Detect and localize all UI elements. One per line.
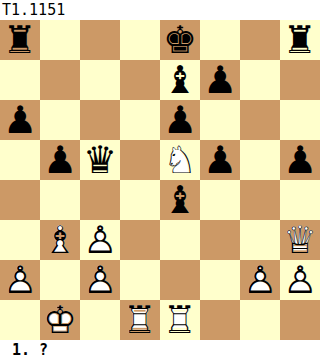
square-g4[interactable] (240, 180, 280, 220)
square-b2[interactable] (40, 260, 80, 300)
black-pawn-glyph: ♟ (160, 100, 200, 140)
square-e1[interactable]: ♜♖ (160, 300, 200, 340)
black-pawn-glyph: ♟ (40, 140, 80, 180)
square-a1[interactable] (0, 300, 40, 340)
white-bishop-outline: ♗ (40, 220, 80, 260)
white-rook: ♜♖ (120, 300, 160, 340)
white-queen: ♛♕ (280, 220, 320, 260)
white-knight: ♞♘ (160, 140, 200, 180)
square-f6[interactable] (200, 100, 240, 140)
white-pawn-outline: ♙ (80, 220, 120, 260)
black-pawn-glyph: ♟ (200, 60, 240, 100)
square-c5[interactable]: ♛ (80, 140, 120, 180)
white-pawn: ♟♙ (240, 260, 280, 300)
square-e4[interactable]: ♝ (160, 180, 200, 220)
black-pawn: ♟ (200, 60, 240, 100)
square-e2[interactable] (160, 260, 200, 300)
black-pawn-glyph: ♟ (200, 140, 240, 180)
square-c2[interactable]: ♟♙ (80, 260, 120, 300)
square-a2[interactable]: ♟♙ (0, 260, 40, 300)
square-b5[interactable]: ♟ (40, 140, 80, 180)
square-d3[interactable] (120, 220, 160, 260)
square-b8[interactable] (40, 20, 80, 60)
square-a4[interactable] (0, 180, 40, 220)
black-queen: ♛ (80, 140, 120, 180)
square-c1[interactable] (80, 300, 120, 340)
square-c3[interactable]: ♟♙ (80, 220, 120, 260)
square-h6[interactable] (280, 100, 320, 140)
square-d2[interactable] (120, 260, 160, 300)
black-bishop: ♝ (160, 180, 200, 220)
square-g5[interactable] (240, 140, 280, 180)
square-f4[interactable] (200, 180, 240, 220)
white-rook-outline: ♖ (120, 300, 160, 340)
square-h3[interactable]: ♛♕ (280, 220, 320, 260)
square-h8[interactable]: ♜ (280, 20, 320, 60)
square-e3[interactable] (160, 220, 200, 260)
square-g7[interactable] (240, 60, 280, 100)
square-d5[interactable] (120, 140, 160, 180)
white-bishop: ♝♗ (40, 220, 80, 260)
white-king: ♚♔ (40, 300, 80, 340)
move-prompt: 1. ? (0, 340, 320, 360)
square-h5[interactable]: ♟ (280, 140, 320, 180)
black-rook: ♜ (280, 20, 320, 60)
square-a8[interactable]: ♜ (0, 20, 40, 60)
square-b6[interactable] (40, 100, 80, 140)
black-king-glyph: ♚ (160, 20, 200, 60)
white-pawn-outline: ♙ (240, 260, 280, 300)
square-c7[interactable] (80, 60, 120, 100)
black-pawn: ♟ (280, 140, 320, 180)
black-rook-glyph: ♜ (280, 20, 320, 60)
square-b1[interactable]: ♚♔ (40, 300, 80, 340)
square-h4[interactable] (280, 180, 320, 220)
square-f3[interactable] (200, 220, 240, 260)
chess-puzzle-page: T1.1151 ♜♚♜♝♟♟♟♟♛♞♘♟♟♝♝♗♟♙♛♕♟♙♟♙♟♙♟♙♚♔♜♖… (0, 0, 320, 360)
puzzle-title: T1.1151 (0, 0, 320, 20)
square-f5[interactable]: ♟ (200, 140, 240, 180)
square-e7[interactable]: ♝ (160, 60, 200, 100)
square-g2[interactable]: ♟♙ (240, 260, 280, 300)
black-bishop: ♝ (160, 60, 200, 100)
square-g6[interactable] (240, 100, 280, 140)
square-d7[interactable] (120, 60, 160, 100)
white-queen-outline: ♕ (280, 220, 320, 260)
black-pawn-glyph: ♟ (0, 100, 40, 140)
square-d6[interactable] (120, 100, 160, 140)
black-pawn-glyph: ♟ (280, 140, 320, 180)
black-bishop-glyph: ♝ (160, 180, 200, 220)
white-pawn: ♟♙ (80, 220, 120, 260)
black-pawn: ♟ (0, 100, 40, 140)
black-king: ♚ (160, 20, 200, 60)
square-g1[interactable] (240, 300, 280, 340)
square-g8[interactable] (240, 20, 280, 60)
square-f1[interactable] (200, 300, 240, 340)
white-pawn-outline: ♙ (80, 260, 120, 300)
square-e8[interactable]: ♚ (160, 20, 200, 60)
square-h2[interactable]: ♟♙ (280, 260, 320, 300)
square-f8[interactable] (200, 20, 240, 60)
black-queen-glyph: ♛ (80, 140, 120, 180)
square-h7[interactable] (280, 60, 320, 100)
black-pawn: ♟ (160, 100, 200, 140)
square-b3[interactable]: ♝♗ (40, 220, 80, 260)
square-a7[interactable] (0, 60, 40, 100)
square-e5[interactable]: ♞♘ (160, 140, 200, 180)
white-pawn-outline: ♙ (0, 260, 40, 300)
square-c6[interactable] (80, 100, 120, 140)
square-e6[interactable]: ♟ (160, 100, 200, 140)
white-rook-outline: ♖ (160, 300, 200, 340)
square-a3[interactable] (0, 220, 40, 260)
white-rook: ♜♖ (160, 300, 200, 340)
square-b4[interactable] (40, 180, 80, 220)
square-g3[interactable] (240, 220, 280, 260)
black-rook: ♜ (0, 20, 40, 60)
square-b7[interactable] (40, 60, 80, 100)
square-c8[interactable] (80, 20, 120, 60)
square-f7[interactable]: ♟ (200, 60, 240, 100)
black-bishop-glyph: ♝ (160, 60, 200, 100)
black-pawn: ♟ (40, 140, 80, 180)
white-pawn: ♟♙ (80, 260, 120, 300)
white-knight-outline: ♘ (160, 140, 200, 180)
white-pawn: ♟♙ (280, 260, 320, 300)
black-rook-glyph: ♜ (0, 20, 40, 60)
white-pawn-outline: ♙ (280, 260, 320, 300)
square-a5[interactable] (0, 140, 40, 180)
white-pawn: ♟♙ (0, 260, 40, 300)
black-pawn: ♟ (200, 140, 240, 180)
square-d1[interactable]: ♜♖ (120, 300, 160, 340)
chess-board: ♜♚♜♝♟♟♟♟♛♞♘♟♟♝♝♗♟♙♛♕♟♙♟♙♟♙♟♙♚♔♜♖♜♖ (0, 20, 320, 340)
white-king-outline: ♔ (40, 300, 80, 340)
square-c4[interactable] (80, 180, 120, 220)
square-h1[interactable] (280, 300, 320, 340)
square-d8[interactable] (120, 20, 160, 60)
square-f2[interactable] (200, 260, 240, 300)
square-d4[interactable] (120, 180, 160, 220)
square-a6[interactable]: ♟ (0, 100, 40, 140)
